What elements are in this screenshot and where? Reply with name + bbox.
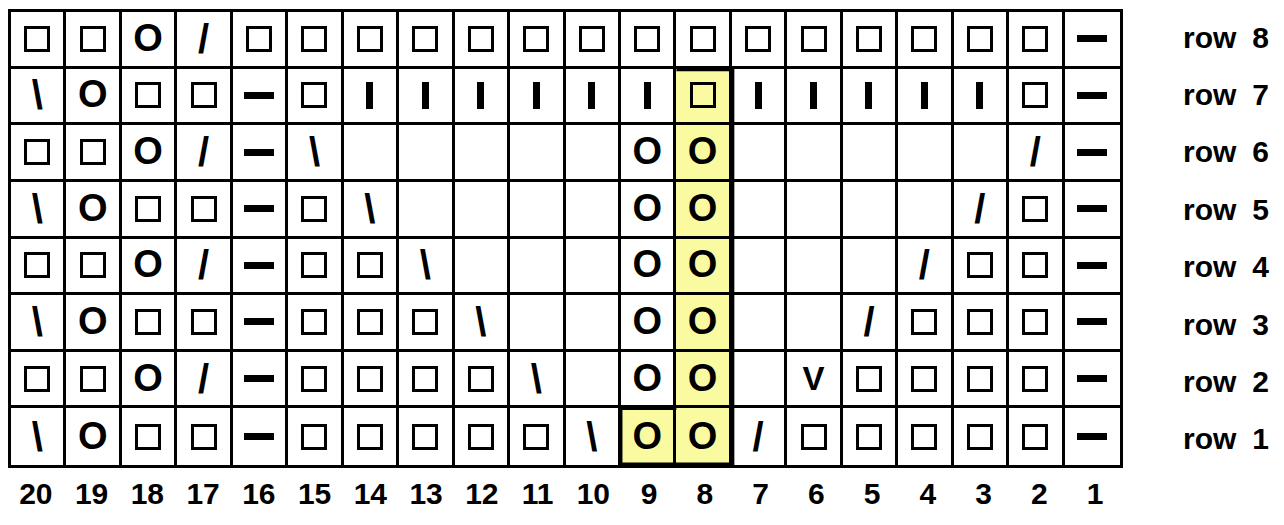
open-square-symbol [135, 196, 161, 222]
cell-r5-c6 [787, 182, 842, 239]
cell-r3-c1 [1065, 295, 1120, 352]
backslash-symbol: \ [586, 417, 597, 457]
open-square-symbol [135, 424, 161, 450]
cell-r1-c16 [233, 408, 288, 465]
cell-r3-c5: / [843, 295, 898, 352]
cell-r4-c19 [66, 239, 121, 296]
open-square-symbol [523, 424, 549, 450]
open-square-symbol [1022, 309, 1048, 335]
cell-r6-c6 [787, 125, 842, 182]
backslash-symbol: \ [475, 302, 486, 342]
cell-r7-c18 [122, 69, 177, 126]
cell-r8-c7 [732, 12, 787, 69]
vertical-bar-symbol [921, 82, 928, 109]
cell-r3-c12: \ [455, 295, 510, 352]
row-label-number: 4 [1252, 250, 1269, 284]
vertical-bar-symbol [477, 82, 484, 109]
letter-o-symbol: O [133, 359, 163, 397]
cell-r3-c2 [1009, 295, 1064, 352]
cell-r7-c13 [399, 69, 454, 126]
slash-symbol: / [863, 302, 874, 342]
cell-r3-c8: O [676, 295, 731, 352]
dash-symbol [244, 318, 274, 325]
cell-r3-c13 [399, 295, 454, 352]
dash-symbol [244, 262, 274, 269]
open-square-symbol [301, 82, 327, 108]
cell-r5-c20: \ [11, 182, 66, 239]
slash-symbol: / [1030, 132, 1041, 172]
backslash-symbol: \ [32, 302, 43, 342]
letter-o-symbol: O [78, 417, 108, 455]
slash-symbol: / [974, 189, 985, 229]
open-square-symbol [856, 26, 882, 52]
open-square-symbol [856, 424, 882, 450]
open-square-symbol [24, 26, 50, 52]
cell-r5-c10 [566, 182, 621, 239]
slash-symbol: / [919, 245, 930, 285]
open-square-symbol [1022, 196, 1048, 222]
cell-r6-c3 [954, 125, 1009, 182]
cell-r6-c8: O [676, 125, 731, 182]
open-square-symbol [911, 366, 937, 392]
cell-r5-c15 [288, 182, 343, 239]
letter-o-symbol: O [133, 19, 163, 57]
cell-r5-c17 [177, 182, 232, 239]
open-square-symbol [967, 366, 993, 392]
cell-r4-c1 [1065, 239, 1120, 296]
dash-symbol [244, 149, 274, 156]
cell-r8-c17: / [177, 12, 232, 69]
cell-r1-c4 [898, 408, 953, 465]
row-label-8: row8 [1183, 9, 1283, 66]
cell-r1-c10: \ [566, 408, 621, 465]
open-square-symbol [690, 26, 716, 52]
cell-r2-c17: / [177, 352, 232, 409]
open-square-symbol [579, 26, 605, 52]
cell-r6-c7 [732, 125, 787, 182]
cell-r3-c17 [177, 295, 232, 352]
cell-r6-c14 [344, 125, 399, 182]
open-square-symbol [412, 366, 438, 392]
cell-r1-c20: \ [11, 408, 66, 465]
cell-r7-c1 [1065, 69, 1120, 126]
row-label-1: row1 [1183, 411, 1283, 468]
open-square-symbol [24, 252, 50, 278]
open-square-symbol [357, 309, 383, 335]
open-square-symbol [468, 366, 494, 392]
letter-o-symbol: O [632, 417, 662, 455]
slash-symbol: / [753, 417, 764, 457]
cell-r1-c12 [455, 408, 510, 465]
letter-o-symbol: O [632, 132, 662, 170]
cell-r8-c3 [954, 12, 1009, 69]
open-square-symbol [301, 424, 327, 450]
cell-r1-c2 [1009, 408, 1064, 465]
letter-o-symbol: O [688, 302, 718, 340]
column-label-11: 11 [510, 472, 566, 511]
cell-r8-c15 [288, 12, 343, 69]
open-square-symbol [412, 309, 438, 335]
row-label-number: 8 [1252, 21, 1269, 55]
cell-r8-c4 [898, 12, 953, 69]
letter-o-symbol: O [78, 302, 108, 340]
cell-r2-c4 [898, 352, 953, 409]
cell-r5-c11 [510, 182, 565, 239]
letter-o-symbol: O [632, 359, 662, 397]
cell-r7-c15 [288, 69, 343, 126]
cell-r7-c5 [843, 69, 898, 126]
slash-symbol: / [198, 245, 209, 285]
knitting-chart: O/\OO/\OO/\O\OO/O/\OO/\O\OO/O/\OOV\O\OO/ [8, 9, 1123, 468]
open-square-symbol [1022, 26, 1048, 52]
backslash-symbol: \ [531, 359, 542, 399]
cell-r5-c12 [455, 182, 510, 239]
row-label-3: row3 [1183, 296, 1283, 353]
cell-r4-c15 [288, 239, 343, 296]
dash-symbol [1077, 262, 1107, 269]
row-label-6: row6 [1183, 124, 1283, 181]
cell-r8-c16 [233, 12, 288, 69]
slash-symbol: / [198, 359, 209, 399]
open-square-symbol [801, 26, 827, 52]
cell-r8-c19 [66, 12, 121, 69]
open-square-symbol [967, 309, 993, 335]
cell-r8-c5 [843, 12, 898, 69]
cell-r1-c6 [787, 408, 842, 465]
cell-r6-c5 [843, 125, 898, 182]
cell-r8-c11 [510, 12, 565, 69]
cell-r3-c15 [288, 295, 343, 352]
column-label-5: 5 [844, 472, 900, 511]
letter-o-symbol: O [688, 359, 718, 397]
cell-r2-c18: O [122, 352, 177, 409]
vertical-bar-symbol [755, 82, 762, 109]
open-square-symbol [911, 26, 937, 52]
cell-r5-c19: O [66, 182, 121, 239]
cell-r7-c8 [676, 69, 731, 126]
cell-r4-c10 [566, 239, 621, 296]
dash-symbol [1077, 149, 1107, 156]
cell-r1-c9: O [621, 408, 676, 465]
open-square-symbol [80, 252, 106, 278]
open-square-symbol [1022, 366, 1048, 392]
cell-r2-c1 [1065, 352, 1120, 409]
cell-r3-c9: O [621, 295, 676, 352]
open-square-symbol [911, 309, 937, 335]
open-square-symbol [967, 252, 993, 278]
cell-r5-c4 [898, 182, 953, 239]
column-label-19: 19 [64, 472, 120, 511]
cell-r6-c19 [66, 125, 121, 182]
open-square-symbol [301, 196, 327, 222]
row-label-word: row [1183, 365, 1236, 399]
cell-r8-c18: O [122, 12, 177, 69]
open-square-symbol [1022, 82, 1048, 108]
cell-r1-c1 [1065, 408, 1120, 465]
dash-symbol [244, 433, 274, 440]
cell-r2-c5 [843, 352, 898, 409]
dash-symbol [244, 205, 274, 212]
cell-r5-c5 [843, 182, 898, 239]
column-label-16: 16 [231, 472, 287, 511]
row-label-number: 7 [1252, 78, 1269, 112]
vertical-bar-symbol [588, 82, 595, 109]
cell-r5-c9: O [621, 182, 676, 239]
cell-r4-c4: / [898, 239, 953, 296]
slash-symbol: / [198, 19, 209, 59]
cell-r8-c10 [566, 12, 621, 69]
cell-r6-c4 [898, 125, 953, 182]
open-square-symbol [967, 26, 993, 52]
column-label-7: 7 [733, 472, 789, 511]
column-label-6: 6 [789, 472, 845, 511]
cell-r7-c2 [1009, 69, 1064, 126]
cell-r3-c19: O [66, 295, 121, 352]
column-label-20: 20 [8, 472, 64, 511]
cell-r3-c4 [898, 295, 953, 352]
cell-r4-c17: / [177, 239, 232, 296]
cell-r2-c7 [732, 352, 787, 409]
cell-r7-c12 [455, 69, 510, 126]
cell-r6-c13 [399, 125, 454, 182]
column-label-18: 18 [120, 472, 176, 511]
dash-symbol [1077, 318, 1107, 325]
open-square-symbol [1022, 424, 1048, 450]
cell-r7-c16 [233, 69, 288, 126]
cell-r4-c16 [233, 239, 288, 296]
slash-symbol: / [198, 132, 209, 172]
cell-r3-c16 [233, 295, 288, 352]
cell-r6-c1 [1065, 125, 1120, 182]
cell-r6-c9: O [621, 125, 676, 182]
column-label-4: 4 [900, 472, 956, 511]
column-label-1: 1 [1067, 472, 1123, 511]
letter-o-symbol: O [688, 245, 718, 283]
vertical-bar-symbol [865, 82, 872, 109]
open-square-symbol [967, 424, 993, 450]
cell-r8-c12 [455, 12, 510, 69]
open-square-symbol [801, 424, 827, 450]
cell-r5-c16 [233, 182, 288, 239]
row-labels: row8row7row6row5row4row3row2row1 [1183, 9, 1283, 468]
cell-r1-c8: O [676, 408, 731, 465]
backslash-symbol: \ [364, 189, 375, 229]
open-square-symbol [24, 139, 50, 165]
cell-r6-c18: O [122, 125, 177, 182]
row-label-word: row [1183, 135, 1236, 169]
backslash-symbol: \ [32, 189, 43, 229]
cell-r7-c7 [732, 69, 787, 126]
cell-r8-c1 [1065, 12, 1120, 69]
cell-r8-c13 [399, 12, 454, 69]
cell-r5-c8: O [676, 182, 731, 239]
letter-o-symbol: O [133, 132, 163, 170]
cell-r3-c20: \ [11, 295, 66, 352]
cell-r3-c18 [122, 295, 177, 352]
open-square-symbol [301, 366, 327, 392]
letter-o-symbol: O [688, 189, 718, 227]
cell-r4-c3 [954, 239, 1009, 296]
letter-o-symbol: O [133, 245, 163, 283]
open-square-symbol [191, 196, 217, 222]
cell-r7-c3 [954, 69, 1009, 126]
cell-r3-c11 [510, 295, 565, 352]
column-labels: 2019181716151413121110987654321 [8, 472, 1123, 511]
open-square-symbol [523, 26, 549, 52]
cell-r7-c9 [621, 69, 676, 126]
row-label-5: row5 [1183, 181, 1283, 238]
dash-symbol [1077, 92, 1107, 99]
cell-r6-c15: \ [288, 125, 343, 182]
dash-symbol [1077, 375, 1107, 382]
cell-r6-c11 [510, 125, 565, 182]
cell-r7-c20: \ [11, 69, 66, 126]
open-square-symbol [690, 82, 716, 108]
dash-symbol [1077, 205, 1107, 212]
cell-r1-c7: / [732, 408, 787, 465]
cell-r4-c2 [1009, 239, 1064, 296]
column-label-8: 8 [677, 472, 733, 511]
cell-r2-c12 [455, 352, 510, 409]
cell-r7-c4 [898, 69, 953, 126]
column-label-2: 2 [1012, 472, 1068, 511]
cell-r5-c2 [1009, 182, 1064, 239]
open-square-symbol [301, 309, 327, 335]
cell-r4-c12 [455, 239, 510, 296]
open-square-symbol [856, 366, 882, 392]
open-square-symbol [357, 424, 383, 450]
cell-r2-c16 [233, 352, 288, 409]
backslash-symbol: \ [32, 75, 43, 115]
cell-r8-c9 [621, 12, 676, 69]
open-square-symbol [301, 26, 327, 52]
vertical-bar-symbol [644, 82, 651, 109]
open-square-symbol [1022, 252, 1048, 278]
row-label-2: row2 [1183, 353, 1283, 410]
cell-r4-c14 [344, 239, 399, 296]
open-square-symbol [191, 424, 217, 450]
open-square-symbol [80, 139, 106, 165]
row-label-word: row [1183, 308, 1236, 342]
row-label-number: 5 [1252, 193, 1269, 227]
row-label-number: 1 [1252, 422, 1269, 456]
vertical-bar-symbol [366, 82, 373, 109]
cell-r2-c8: O [676, 352, 731, 409]
column-label-9: 9 [621, 472, 677, 511]
row-label-4: row4 [1183, 239, 1283, 296]
cell-r3-c6 [787, 295, 842, 352]
open-square-symbol [246, 26, 272, 52]
letter-v-symbol: V [803, 362, 825, 395]
open-square-symbol [468, 424, 494, 450]
cell-r2-c20 [11, 352, 66, 409]
letter-o-symbol: O [632, 189, 662, 227]
cell-r1-c3 [954, 408, 1009, 465]
letter-o-symbol: O [632, 245, 662, 283]
cell-r5-c13 [399, 182, 454, 239]
cell-r3-c10 [566, 295, 621, 352]
open-square-symbol [301, 252, 327, 278]
cell-r6-c16 [233, 125, 288, 182]
cell-r3-c14 [344, 295, 399, 352]
dash-symbol [1077, 35, 1107, 42]
cell-r5-c1 [1065, 182, 1120, 239]
open-square-symbol [191, 309, 217, 335]
cell-r1-c14 [344, 408, 399, 465]
cell-r1-c19: O [66, 408, 121, 465]
column-label-10: 10 [566, 472, 622, 511]
cell-r6-c20 [11, 125, 66, 182]
column-label-3: 3 [956, 472, 1012, 511]
cell-r4-c5 [843, 239, 898, 296]
column-label-15: 15 [287, 472, 343, 511]
cell-r8-c8 [676, 12, 731, 69]
open-square-symbol [357, 366, 383, 392]
row-label-word: row [1183, 78, 1236, 112]
row-label-number: 6 [1252, 135, 1269, 169]
row-label-number: 2 [1252, 365, 1269, 399]
column-label-17: 17 [175, 472, 231, 511]
row-label-number: 3 [1252, 308, 1269, 342]
open-square-symbol [634, 26, 660, 52]
cell-r5-c18 [122, 182, 177, 239]
cell-r7-c14 [344, 69, 399, 126]
cell-r4-c7 [732, 239, 787, 296]
row-label-7: row7 [1183, 66, 1283, 123]
cell-r4-c9: O [621, 239, 676, 296]
chart-grid: O/\OO/\OO/\O\OO/O/\OO/\O\OO/O/\OOV\O\OO/ [11, 12, 1120, 465]
cell-r2-c15 [288, 352, 343, 409]
cell-r6-c10 [566, 125, 621, 182]
vertical-bar-symbol [976, 82, 983, 109]
open-square-symbol [911, 424, 937, 450]
cell-r7-c11 [510, 69, 565, 126]
cell-r7-c10 [566, 69, 621, 126]
column-label-14: 14 [343, 472, 399, 511]
open-square-symbol [412, 26, 438, 52]
cell-r2-c19 [66, 352, 121, 409]
cell-r8-c20 [11, 12, 66, 69]
cell-r5-c14: \ [344, 182, 399, 239]
open-square-symbol [468, 26, 494, 52]
dash-symbol [244, 92, 274, 99]
cell-r1-c11 [510, 408, 565, 465]
cell-r1-c18 [122, 408, 177, 465]
cell-r2-c10 [566, 352, 621, 409]
backslash-symbol: \ [309, 132, 320, 172]
cell-r4-c20 [11, 239, 66, 296]
column-label-12: 12 [454, 472, 510, 511]
cell-r8-c6 [787, 12, 842, 69]
cell-r3-c7 [732, 295, 787, 352]
row-label-word: row [1183, 21, 1236, 55]
letter-o-symbol: O [688, 417, 718, 455]
letter-o-symbol: O [688, 132, 718, 170]
cell-r3-c3 [954, 295, 1009, 352]
open-square-symbol [135, 82, 161, 108]
letter-o-symbol: O [78, 189, 108, 227]
open-square-symbol [357, 26, 383, 52]
open-square-symbol [80, 26, 106, 52]
cell-r4-c6 [787, 239, 842, 296]
open-square-symbol [745, 26, 771, 52]
cell-r2-c13 [399, 352, 454, 409]
open-square-symbol [24, 366, 50, 392]
vertical-bar-symbol [422, 82, 429, 109]
cell-r2-c11: \ [510, 352, 565, 409]
cell-r1-c17 [177, 408, 232, 465]
row-label-word: row [1183, 250, 1236, 284]
